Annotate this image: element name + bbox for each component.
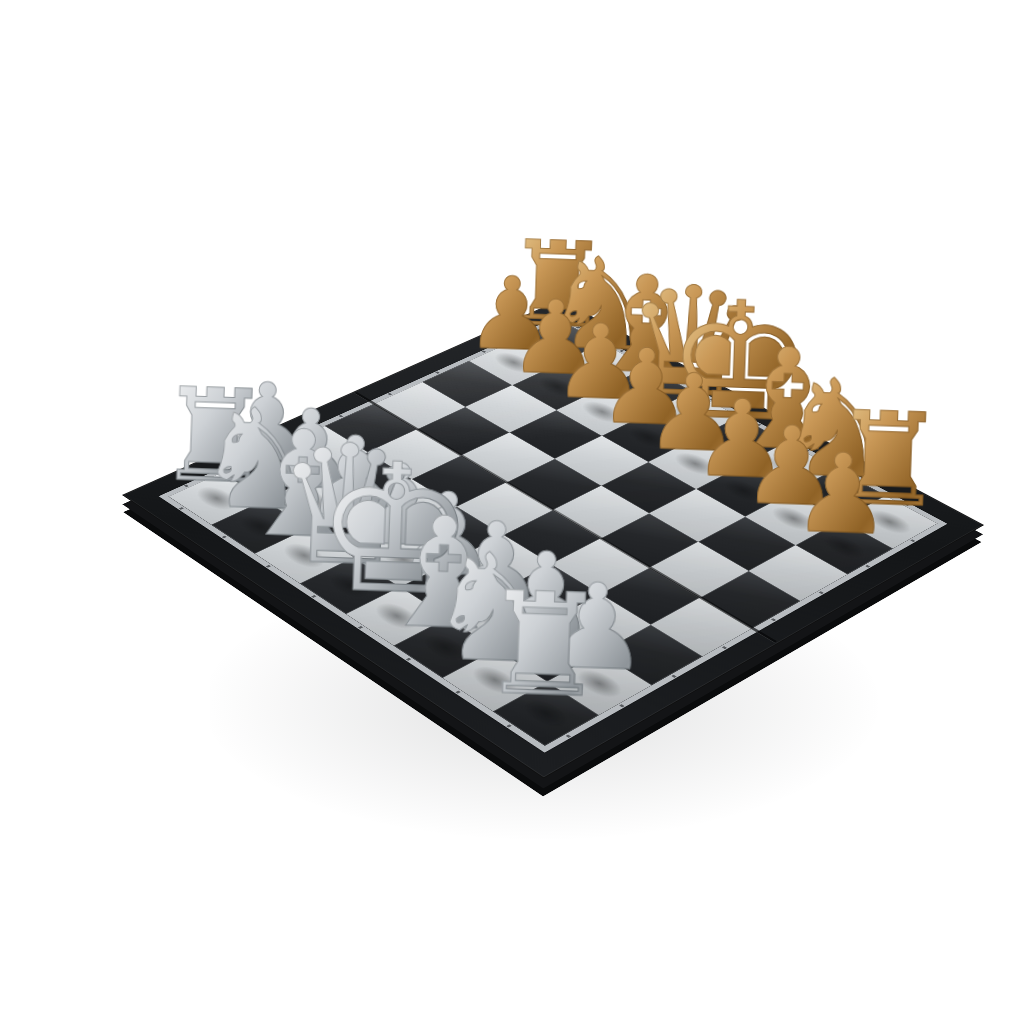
chess-set-photo: ♜♞♝♛♚♝♞♜♟♟♟♟♟♟♟♟♟♟♟♟♟♟♟♟♜♞♝♛♚♝♞♜ bbox=[0, 0, 1024, 1024]
rook-glyph: ♜ bbox=[453, 571, 635, 719]
chess-board: ♜♞♝♛♚♝♞♜♟♟♟♟♟♟♟♟♟♟♟♟♟♟♟♟♜♞♝♛♚♝♞♜ bbox=[122, 299, 984, 778]
camera-tilt: ♜♞♝♛♚♝♞♜♟♟♟♟♟♟♟♟♟♟♟♟♟♟♟♟♜♞♝♛♚♝♞♜ bbox=[0, 0, 1024, 1024]
pawn-glyph: ♟ bbox=[759, 437, 925, 552]
